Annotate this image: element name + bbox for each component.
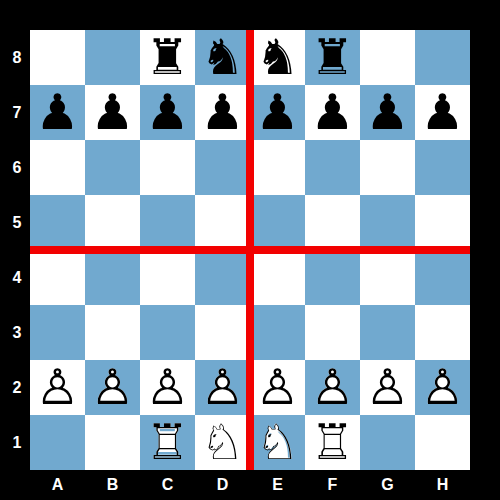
black-pawn[interactable]: ♟ bbox=[30, 85, 85, 140]
white-pawn[interactable]: ♟♙ bbox=[30, 360, 85, 415]
square-e1[interactable]: ♞♘ bbox=[250, 415, 305, 470]
square-e7[interactable]: ♟ bbox=[250, 85, 305, 140]
square-a7[interactable]: ♟ bbox=[30, 85, 85, 140]
square-h1[interactable] bbox=[415, 415, 470, 470]
square-a6[interactable] bbox=[30, 140, 85, 195]
square-d1[interactable]: ♞♘ bbox=[195, 415, 250, 470]
square-b6[interactable] bbox=[85, 140, 140, 195]
black-pawn-icon: ♟ bbox=[30, 85, 85, 140]
square-c8[interactable]: ♜ bbox=[140, 30, 195, 85]
white-pawn-icon: ♙ bbox=[415, 360, 470, 415]
rank-label-1: 1 bbox=[0, 415, 30, 470]
square-g6[interactable] bbox=[360, 140, 415, 195]
black-pawn[interactable]: ♟ bbox=[360, 85, 415, 140]
black-pawn[interactable]: ♟ bbox=[195, 85, 250, 140]
square-f3[interactable] bbox=[305, 305, 360, 360]
black-rook[interactable]: ♜ bbox=[140, 30, 195, 85]
white-pawn-icon: ♙ bbox=[360, 360, 415, 415]
square-c6[interactable] bbox=[140, 140, 195, 195]
center-horizontal-line bbox=[30, 246, 470, 254]
square-b4[interactable] bbox=[85, 250, 140, 305]
rank-label-3: 3 bbox=[0, 305, 30, 360]
square-h7[interactable]: ♟ bbox=[415, 85, 470, 140]
square-g4[interactable] bbox=[360, 250, 415, 305]
square-f2[interactable]: ♟♙ bbox=[305, 360, 360, 415]
square-h8[interactable] bbox=[415, 30, 470, 85]
square-f4[interactable] bbox=[305, 250, 360, 305]
file-label-b: B bbox=[85, 470, 140, 500]
black-pawn[interactable]: ♟ bbox=[140, 85, 195, 140]
file-labels: ABCDEFGH bbox=[30, 470, 470, 500]
black-pawn-icon: ♟ bbox=[195, 85, 250, 140]
square-b1[interactable] bbox=[85, 415, 140, 470]
white-pawn-icon: ♙ bbox=[85, 360, 140, 415]
square-h3[interactable] bbox=[415, 305, 470, 360]
black-pawn[interactable]: ♟ bbox=[415, 85, 470, 140]
square-c1[interactable]: ♜♖ bbox=[140, 415, 195, 470]
file-label-d: D bbox=[195, 470, 250, 500]
file-label-h: H bbox=[415, 470, 470, 500]
white-pawn[interactable]: ♟♙ bbox=[305, 360, 360, 415]
square-g1[interactable] bbox=[360, 415, 415, 470]
square-c4[interactable] bbox=[140, 250, 195, 305]
square-e2[interactable]: ♟♙ bbox=[250, 360, 305, 415]
white-pawn-icon: ♙ bbox=[195, 360, 250, 415]
square-d6[interactable] bbox=[195, 140, 250, 195]
square-g8[interactable] bbox=[360, 30, 415, 85]
white-pawn[interactable]: ♟♙ bbox=[85, 360, 140, 415]
white-pawn[interactable]: ♟♙ bbox=[195, 360, 250, 415]
square-a3[interactable] bbox=[30, 305, 85, 360]
square-a1[interactable] bbox=[30, 415, 85, 470]
black-pawn-icon: ♟ bbox=[85, 85, 140, 140]
black-rook-icon: ♜ bbox=[140, 30, 195, 85]
square-h4[interactable] bbox=[415, 250, 470, 305]
square-e5[interactable] bbox=[250, 195, 305, 250]
black-knight-icon: ♞ bbox=[250, 30, 305, 85]
square-a2[interactable]: ♟♙ bbox=[30, 360, 85, 415]
white-rook[interactable]: ♜♖ bbox=[305, 415, 360, 470]
white-pawn[interactable]: ♟♙ bbox=[250, 360, 305, 415]
square-d5[interactable] bbox=[195, 195, 250, 250]
black-knight[interactable]: ♞ bbox=[250, 30, 305, 85]
square-g7[interactable]: ♟ bbox=[360, 85, 415, 140]
square-f1[interactable]: ♜♖ bbox=[305, 415, 360, 470]
square-d8[interactable]: ♞ bbox=[195, 30, 250, 85]
file-label-c: C bbox=[140, 470, 195, 500]
square-a4[interactable] bbox=[30, 250, 85, 305]
file-label-e: E bbox=[250, 470, 305, 500]
white-pawn[interactable]: ♟♙ bbox=[140, 360, 195, 415]
square-c7[interactable]: ♟ bbox=[140, 85, 195, 140]
square-d3[interactable] bbox=[195, 305, 250, 360]
square-d2[interactable]: ♟♙ bbox=[195, 360, 250, 415]
white-knight-icon: ♘ bbox=[195, 415, 250, 470]
square-b3[interactable] bbox=[85, 305, 140, 360]
square-f5[interactable] bbox=[305, 195, 360, 250]
square-h6[interactable] bbox=[415, 140, 470, 195]
square-d7[interactable]: ♟ bbox=[195, 85, 250, 140]
square-b8[interactable] bbox=[85, 30, 140, 85]
black-pawn-icon: ♟ bbox=[415, 85, 470, 140]
rank-label-6: 6 bbox=[0, 140, 30, 195]
black-rook-icon: ♜ bbox=[305, 30, 360, 85]
square-g3[interactable] bbox=[360, 305, 415, 360]
chess-board-diagram: 87654321 ♜♞♞♜♟♟♟♟♟♟♟♟♟♙♟♙♟♙♟♙♟♙♟♙♟♙♟♙♜♖♞… bbox=[0, 0, 500, 500]
rank-labels: 87654321 bbox=[0, 30, 30, 470]
black-knight-icon: ♞ bbox=[195, 30, 250, 85]
white-pawn-icon: ♙ bbox=[305, 360, 360, 415]
white-rook-icon: ♖ bbox=[140, 415, 195, 470]
black-pawn-icon: ♟ bbox=[305, 85, 360, 140]
square-c3[interactable] bbox=[140, 305, 195, 360]
square-c5[interactable] bbox=[140, 195, 195, 250]
file-label-f: F bbox=[305, 470, 360, 500]
square-a5[interactable] bbox=[30, 195, 85, 250]
rank-label-7: 7 bbox=[0, 85, 30, 140]
square-e6[interactable] bbox=[250, 140, 305, 195]
white-pawn[interactable]: ♟♙ bbox=[415, 360, 470, 415]
square-d4[interactable] bbox=[195, 250, 250, 305]
white-knight-icon: ♘ bbox=[250, 415, 305, 470]
rank-label-8: 8 bbox=[0, 30, 30, 85]
square-b5[interactable] bbox=[85, 195, 140, 250]
black-pawn[interactable]: ♟ bbox=[250, 85, 305, 140]
black-pawn-icon: ♟ bbox=[140, 85, 195, 140]
white-knight[interactable]: ♞♘ bbox=[250, 415, 305, 470]
file-label-a: A bbox=[30, 470, 85, 500]
white-pawn-icon: ♙ bbox=[140, 360, 195, 415]
square-f8[interactable]: ♜ bbox=[305, 30, 360, 85]
square-b7[interactable]: ♟ bbox=[85, 85, 140, 140]
white-pawn[interactable]: ♟♙ bbox=[360, 360, 415, 415]
rank-label-4: 4 bbox=[0, 250, 30, 305]
square-h5[interactable] bbox=[415, 195, 470, 250]
white-rook-icon: ♖ bbox=[305, 415, 360, 470]
file-label-g: G bbox=[360, 470, 415, 500]
square-c2[interactable]: ♟♙ bbox=[140, 360, 195, 415]
rank-label-2: 2 bbox=[0, 360, 30, 415]
white-rook[interactable]: ♜♖ bbox=[140, 415, 195, 470]
square-g2[interactable]: ♟♙ bbox=[360, 360, 415, 415]
white-knight[interactable]: ♞♘ bbox=[195, 415, 250, 470]
black-pawn-icon: ♟ bbox=[360, 85, 415, 140]
rank-label-5: 5 bbox=[0, 195, 30, 250]
black-pawn-icon: ♟ bbox=[250, 85, 305, 140]
square-h2[interactable]: ♟♙ bbox=[415, 360, 470, 415]
square-f6[interactable] bbox=[305, 140, 360, 195]
black-pawn[interactable]: ♟ bbox=[305, 85, 360, 140]
square-e8[interactable]: ♞ bbox=[250, 30, 305, 85]
square-e3[interactable] bbox=[250, 305, 305, 360]
square-a8[interactable] bbox=[30, 30, 85, 85]
square-e4[interactable] bbox=[250, 250, 305, 305]
square-f7[interactable]: ♟ bbox=[305, 85, 360, 140]
white-pawn-icon: ♙ bbox=[250, 360, 305, 415]
black-knight[interactable]: ♞ bbox=[195, 30, 250, 85]
square-g5[interactable] bbox=[360, 195, 415, 250]
square-b2[interactable]: ♟♙ bbox=[85, 360, 140, 415]
white-pawn-icon: ♙ bbox=[30, 360, 85, 415]
black-pawn[interactable]: ♟ bbox=[85, 85, 140, 140]
black-rook[interactable]: ♜ bbox=[305, 30, 360, 85]
